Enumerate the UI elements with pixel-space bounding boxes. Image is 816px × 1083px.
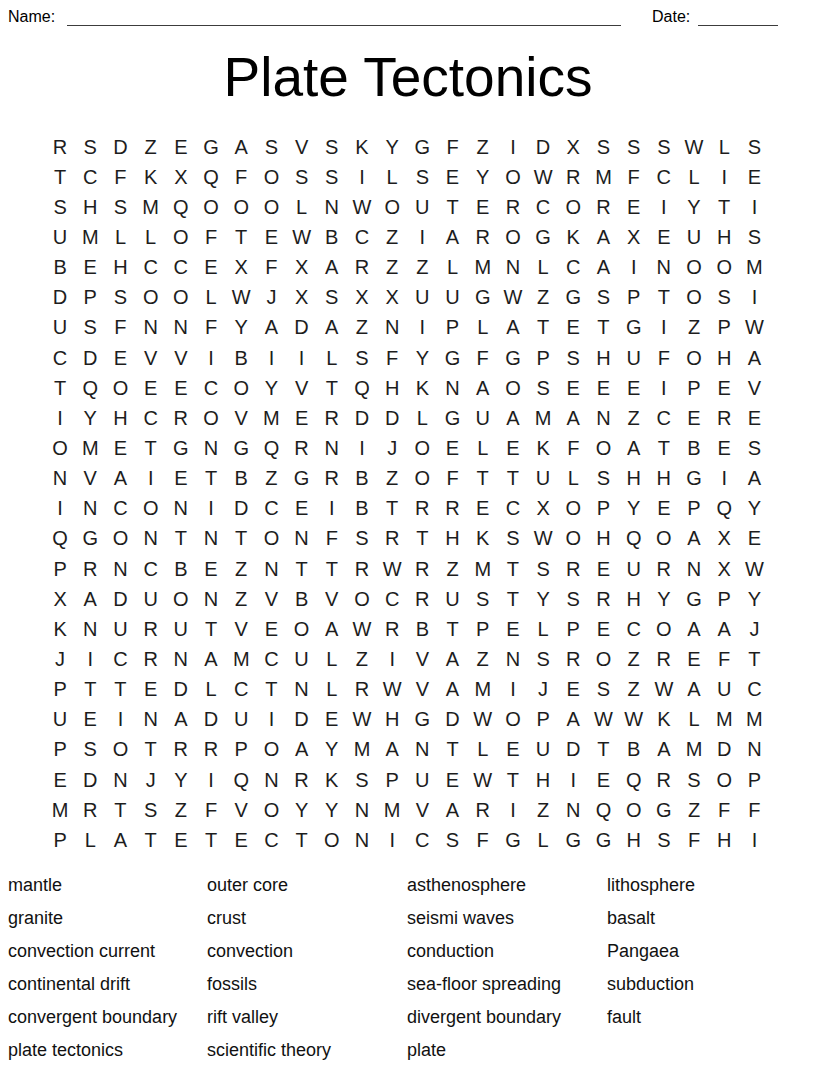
grid-cell: O	[136, 283, 166, 313]
word-item: subduction	[607, 968, 806, 1001]
grid-cell: Q	[45, 524, 75, 554]
grid-cell: E	[256, 614, 286, 644]
grid-cell: J	[739, 614, 769, 644]
grid-cell: F	[196, 795, 226, 825]
grid-cell: O	[588, 433, 618, 463]
grid-cell: I	[619, 253, 649, 283]
grid-cell: V	[287, 373, 317, 403]
grid-cell: E	[256, 222, 286, 252]
grid-cell: O	[679, 343, 709, 373]
grid-cell: I	[105, 705, 135, 735]
name-blank-line	[67, 8, 621, 26]
grid-cell: A	[679, 524, 709, 554]
grid-cell: D	[287, 705, 317, 735]
grid-cell: K	[649, 705, 679, 735]
grid-cell: R	[558, 554, 588, 584]
grid-cell: A	[226, 132, 256, 162]
grid-cell: S	[317, 162, 347, 192]
grid-cell: P	[226, 735, 256, 765]
grid-cell: X	[287, 253, 317, 283]
grid-cell: T	[588, 313, 618, 343]
grid-cell: Z	[619, 403, 649, 433]
grid-cell: A	[256, 313, 286, 343]
word-list: mantlegraniteconvection currentcontinent…	[8, 869, 806, 1067]
grid-cell: F	[196, 222, 226, 252]
grid-cell: B	[226, 343, 256, 373]
grid-cell: M	[679, 735, 709, 765]
grid-cell: F	[196, 313, 226, 343]
grid-cell: F	[739, 795, 769, 825]
grid-cell: G	[679, 464, 709, 494]
grid-cell: P	[709, 313, 739, 343]
word-list-column: asthenosphereseismi wavesconductionsea-f…	[407, 869, 607, 1067]
grid-cell: A	[437, 222, 467, 252]
grid-cell: E	[166, 464, 196, 494]
grid-cell: P	[437, 313, 467, 343]
grid-cell: S	[317, 132, 347, 162]
grid-cell: A	[649, 735, 679, 765]
grid-cell: G	[75, 524, 105, 554]
grid-cell: Q	[196, 162, 226, 192]
grid-cell: P	[619, 283, 649, 313]
grid-cell: Z	[256, 464, 286, 494]
grid-cell: R	[558, 162, 588, 192]
grid-cell: S	[619, 132, 649, 162]
grid-cell: W	[588, 705, 618, 735]
grid-cell: G	[437, 343, 467, 373]
grid-cell: U	[679, 222, 709, 252]
grid-cell: U	[45, 222, 75, 252]
grid-cell: T	[105, 675, 135, 705]
grid-cell: W	[347, 192, 377, 222]
grid-cell: L	[317, 343, 347, 373]
grid-cell: P	[739, 765, 769, 795]
word-item: divergent boundary	[407, 1001, 607, 1034]
word-item: conduction	[407, 935, 607, 968]
grid-cell: Y	[528, 584, 558, 614]
grid-cell: V	[407, 644, 437, 674]
grid-cell: B	[347, 494, 377, 524]
grid-cell: R	[317, 403, 347, 433]
grid-cell: Q	[588, 795, 618, 825]
grid-cell: Y	[75, 403, 105, 433]
grid-cell: N	[136, 524, 166, 554]
grid-cell: Z	[528, 795, 558, 825]
grid-cell: O	[166, 283, 196, 313]
grid-cell: S	[528, 373, 558, 403]
grid-cell: X	[377, 283, 407, 313]
grid-cell: R	[649, 554, 679, 584]
grid-cell: E	[739, 403, 769, 433]
grid-cell: A	[498, 313, 528, 343]
grid-cell: N	[437, 373, 467, 403]
grid-cell: W	[377, 554, 407, 584]
grid-cell: E	[226, 825, 256, 855]
grid-cell: D	[166, 675, 196, 705]
grid-cell: Z	[226, 584, 256, 614]
word-item: rift valley	[207, 1001, 407, 1034]
grid-cell: T	[407, 524, 437, 554]
grid-cell: E	[45, 765, 75, 795]
grid-cell: F	[377, 343, 407, 373]
grid-cell: U	[528, 464, 558, 494]
grid-cell: S	[558, 584, 588, 614]
grid-cell: R	[347, 253, 377, 283]
grid-cell: L	[105, 222, 135, 252]
grid-cell: C	[739, 675, 769, 705]
grid-cell: G	[498, 825, 528, 855]
grid-cell: A	[588, 253, 618, 283]
grid-cell: R	[588, 192, 618, 222]
grid-cell: O	[619, 795, 649, 825]
grid-cell: N	[317, 192, 347, 222]
grid-cell: E	[105, 343, 135, 373]
grid-cell: Z	[377, 464, 407, 494]
grid-cell: V	[407, 795, 437, 825]
grid-cell: M	[75, 433, 105, 463]
grid-cell: R	[498, 192, 528, 222]
grid-cell: Y	[619, 494, 649, 524]
grid-cell: R	[468, 222, 498, 252]
grid-cell: I	[75, 644, 105, 674]
grid-cell: I	[45, 494, 75, 524]
grid-cell: G	[287, 464, 317, 494]
grid-cell: E	[317, 705, 347, 735]
grid-cell: H	[709, 222, 739, 252]
grid-cell: B	[619, 735, 649, 765]
grid-cell: N	[498, 253, 528, 283]
grid-cell: U	[437, 283, 467, 313]
grid-cell: U	[407, 765, 437, 795]
grid-cell: N	[166, 644, 196, 674]
grid-cell: K	[347, 132, 377, 162]
grid-cell: D	[196, 705, 226, 735]
grid-cell: K	[468, 524, 498, 554]
grid-cell: Q	[226, 765, 256, 795]
grid-cell: R	[649, 644, 679, 674]
grid-cell: U	[45, 313, 75, 343]
grid-cell: O	[105, 735, 135, 765]
grid-cell: C	[136, 253, 166, 283]
grid-cell: T	[498, 584, 528, 614]
grid-cell: A	[679, 675, 709, 705]
grid-cell: E	[166, 825, 196, 855]
grid-cell: K	[528, 433, 558, 463]
grid-cell: W	[649, 675, 679, 705]
grid-cell: Q	[256, 433, 286, 463]
grid-cell: Z	[166, 795, 196, 825]
grid-cell: L	[317, 675, 347, 705]
grid-cell: Z	[679, 795, 709, 825]
grid-cell: O	[709, 253, 739, 283]
word-item: continental drift	[8, 968, 207, 1001]
grid-cell: D	[75, 765, 105, 795]
grid-cell: T	[166, 524, 196, 554]
grid-cell: I	[317, 494, 347, 524]
grid-cell: J	[136, 765, 166, 795]
grid-cell: O	[287, 614, 317, 644]
grid-cell: E	[166, 132, 196, 162]
grid-cell: C	[619, 614, 649, 644]
grid-cell: T	[437, 735, 467, 765]
grid-cell: A	[437, 675, 467, 705]
grid-cell: P	[45, 825, 75, 855]
grid-cell: L	[407, 403, 437, 433]
grid-cell: W	[619, 705, 649, 735]
grid-cell: C	[377, 584, 407, 614]
word-item: plate tectonics	[8, 1034, 207, 1067]
grid-cell: N	[105, 554, 135, 584]
grid-cell: T	[196, 464, 226, 494]
grid-cell: G	[498, 343, 528, 373]
grid-cell: C	[407, 825, 437, 855]
grid-cell: Y	[407, 343, 437, 373]
grid-cell: X	[166, 162, 196, 192]
grid-cell: V	[136, 343, 166, 373]
grid-cell: A	[558, 705, 588, 735]
grid-cell: T	[45, 162, 75, 192]
grid-cell: O	[317, 825, 347, 855]
grid-cell: A	[498, 403, 528, 433]
grid-cell: G	[528, 222, 558, 252]
grid-cell: M	[75, 222, 105, 252]
grid-cell: L	[679, 705, 709, 735]
grid-cell: U	[166, 614, 196, 644]
word-item: convection	[207, 935, 407, 968]
grid-cell: E	[679, 644, 709, 674]
grid-cell: M	[256, 403, 286, 433]
grid-cell: P	[588, 494, 618, 524]
grid-cell: W	[377, 675, 407, 705]
grid-cell: B	[347, 464, 377, 494]
grid-cell: M	[528, 403, 558, 433]
grid-cell: R	[407, 554, 437, 584]
word-list-column: lithospherebasaltPangaeasubductionfault	[607, 869, 806, 1034]
grid-cell: Z	[679, 313, 709, 343]
grid-cell: P	[709, 584, 739, 614]
grid-cell: T	[45, 373, 75, 403]
grid-cell: F	[619, 162, 649, 192]
grid-cell: R	[45, 132, 75, 162]
grid-cell: I	[709, 464, 739, 494]
grid-cell: P	[45, 554, 75, 584]
grid-cell: M	[377, 795, 407, 825]
grid-cell: M	[226, 644, 256, 674]
word-item: convection current	[8, 935, 207, 968]
grid-cell: O	[558, 524, 588, 554]
grid-cell: W	[498, 283, 528, 313]
grid-cell: L	[437, 253, 467, 283]
grid-cell: E	[437, 162, 467, 192]
grid-cell: V	[317, 584, 347, 614]
grid-cell: I	[377, 825, 407, 855]
grid-cell: X	[45, 584, 75, 614]
grid-cell: E	[709, 433, 739, 463]
grid-cell: S	[468, 584, 498, 614]
grid-cell: E	[649, 222, 679, 252]
grid-cell: S	[739, 433, 769, 463]
grid-cell: T	[498, 554, 528, 584]
grid-cell: L	[468, 313, 498, 343]
grid-cell: S	[588, 464, 618, 494]
word-item: asthenosphere	[407, 869, 607, 902]
grid-cell: M	[347, 735, 377, 765]
grid-cell: I	[256, 705, 286, 735]
grid-cell: A	[287, 735, 317, 765]
grid-cell: I	[649, 313, 679, 343]
grid-cell: G	[558, 283, 588, 313]
grid-cell: H	[377, 705, 407, 735]
grid-cell: T	[437, 614, 467, 644]
grid-cell: L	[287, 192, 317, 222]
grid-cell: V	[287, 132, 317, 162]
grid-cell: V	[739, 373, 769, 403]
grid-cell: R	[558, 644, 588, 674]
grid-cell: O	[498, 162, 528, 192]
grid-cell: F	[679, 825, 709, 855]
grid-cell: A	[468, 373, 498, 403]
grid-cell: P	[45, 675, 75, 705]
grid-cell: T	[105, 795, 135, 825]
grid-cell: M	[468, 675, 498, 705]
grid-cell: U	[226, 705, 256, 735]
grid-cell: R	[437, 494, 467, 524]
grid-cell: F	[226, 162, 256, 192]
grid-cell: L	[196, 283, 226, 313]
grid-cell: B	[317, 222, 347, 252]
grid-cell: P	[377, 765, 407, 795]
grid-cell: O	[196, 403, 226, 433]
grid-cell: O	[256, 192, 286, 222]
grid-cell: I	[256, 343, 286, 373]
word-item: basalt	[607, 902, 806, 935]
grid-cell: O	[166, 222, 196, 252]
grid-cell: Z	[226, 554, 256, 584]
grid-cell: E	[679, 403, 709, 433]
grid-cell: W	[739, 554, 769, 584]
grid-cell: F	[558, 433, 588, 463]
grid-cell: E	[558, 675, 588, 705]
word-item: lithosphere	[607, 869, 806, 902]
grid-cell: Y	[317, 735, 347, 765]
grid-cell: R	[407, 494, 437, 524]
grid-cell: T	[136, 825, 166, 855]
word-item: mantle	[8, 869, 207, 902]
grid-cell: Y	[317, 795, 347, 825]
grid-cell: B	[407, 614, 437, 644]
grid-cell: Y	[739, 494, 769, 524]
grid-cell: R	[196, 735, 226, 765]
grid-cell: T	[317, 554, 347, 584]
grid-cell: C	[136, 554, 166, 584]
grid-cell: D	[709, 735, 739, 765]
grid-cell: A	[679, 614, 709, 644]
grid-cell: U	[437, 584, 467, 614]
grid-cell: C	[226, 675, 256, 705]
grid-cell: E	[136, 373, 166, 403]
grid-cell: M	[588, 162, 618, 192]
grid-cell: X	[709, 524, 739, 554]
grid-cell: E	[498, 735, 528, 765]
grid-cell: W	[347, 705, 377, 735]
grid-cell: O	[498, 373, 528, 403]
grid-cell: R	[709, 403, 739, 433]
grid-cell: T	[287, 554, 317, 584]
grid-cell: A	[558, 403, 588, 433]
grid-cell: S	[105, 283, 135, 313]
grid-cell: T	[437, 192, 467, 222]
grid-cell: S	[75, 132, 105, 162]
grid-cell: T	[498, 765, 528, 795]
grid-cell: L	[136, 222, 166, 252]
grid-cell: R	[75, 554, 105, 584]
grid-cell: I	[498, 675, 528, 705]
grid-cell: F	[317, 524, 347, 554]
grid-cell: H	[377, 373, 407, 403]
grid-cell: O	[166, 584, 196, 614]
grid-cell: D	[45, 283, 75, 313]
grid-cell: F	[105, 162, 135, 192]
grid-cell: A	[437, 644, 467, 674]
grid-cell: O	[558, 494, 588, 524]
grid-cell: S	[649, 825, 679, 855]
grid-cell: C	[166, 253, 196, 283]
grid-cell: I	[377, 644, 407, 674]
grid-cell: N	[498, 644, 528, 674]
grid-cell: T	[739, 644, 769, 674]
grid-cell: E	[166, 373, 196, 403]
grid-cell: X	[558, 132, 588, 162]
grid-cell: O	[407, 433, 437, 463]
grid-cell: E	[619, 192, 649, 222]
grid-cell: R	[377, 614, 407, 644]
word-item: sea-floor spreading	[407, 968, 607, 1001]
grid-cell: R	[166, 403, 196, 433]
grid-cell: P	[75, 283, 105, 313]
grid-cell: I	[196, 494, 226, 524]
grid-cell: L	[528, 614, 558, 644]
grid-cell: I	[558, 765, 588, 795]
grid-cell: C	[105, 494, 135, 524]
grid-cell: I	[136, 464, 166, 494]
grid-cell: H	[619, 584, 649, 614]
grid-cell: M	[468, 554, 498, 584]
grid-cell: G	[468, 283, 498, 313]
grid-cell: I	[407, 313, 437, 343]
grid-cell: P	[45, 735, 75, 765]
grid-cell: G	[226, 433, 256, 463]
grid-cell: V	[407, 675, 437, 705]
grid-cell: A	[196, 644, 226, 674]
grid-cell: M	[739, 253, 769, 283]
grid-cell: U	[287, 644, 317, 674]
grid-cell: S	[739, 132, 769, 162]
grid-cell: E	[136, 675, 166, 705]
grid-cell: F	[105, 313, 135, 343]
grid-cell: B	[287, 584, 317, 614]
grid-cell: U	[709, 675, 739, 705]
grid-cell: F	[468, 343, 498, 373]
grid-cell: D	[437, 705, 467, 735]
grid-cell: T	[317, 373, 347, 403]
grid-cell: A	[437, 795, 467, 825]
grid-cell: G	[407, 132, 437, 162]
grid-cell: N	[287, 524, 317, 554]
grid-cell: M	[709, 705, 739, 735]
grid-cell: G	[649, 795, 679, 825]
grid-cell: R	[347, 554, 377, 584]
header: Name: Date:	[0, 8, 816, 30]
